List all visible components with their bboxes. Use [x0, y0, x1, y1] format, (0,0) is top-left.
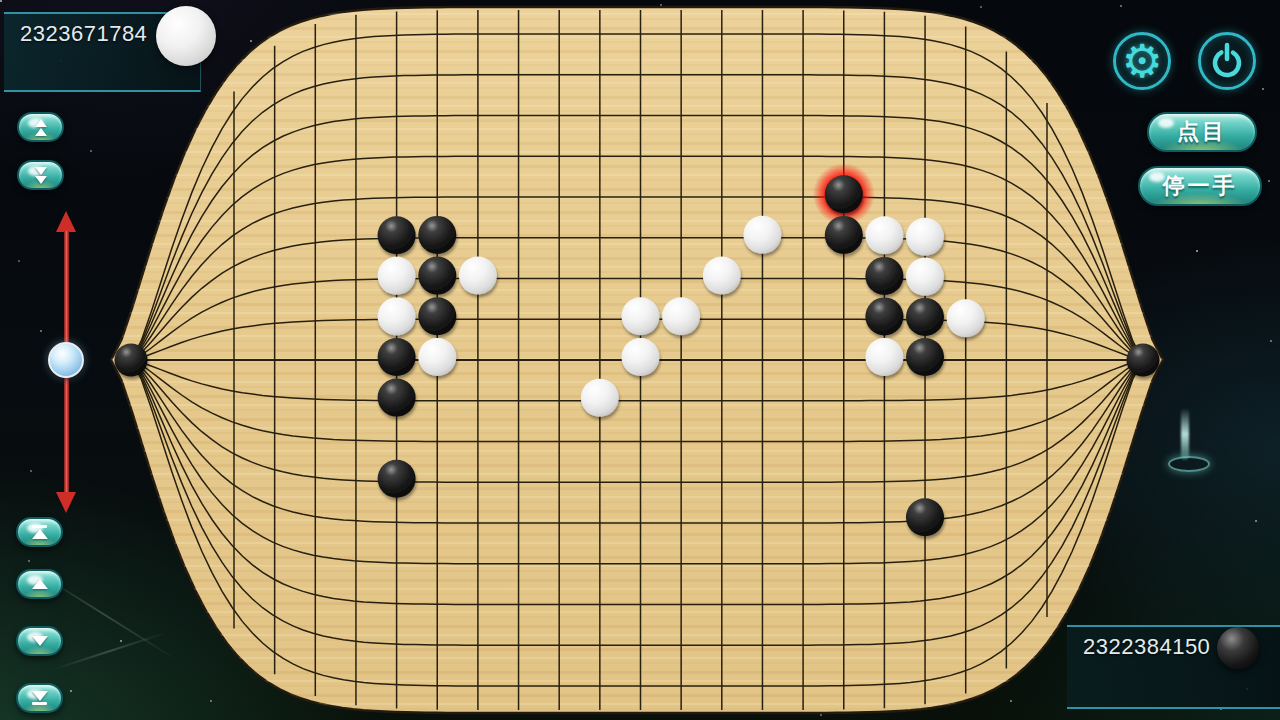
double-up-icon [35, 119, 47, 127]
stone-black [378, 379, 416, 417]
stone-white [378, 297, 416, 335]
stone-white [622, 297, 660, 335]
white-stone-avatar [156, 6, 216, 66]
slider-arrow-up-icon[interactable] [56, 211, 76, 232]
down-triangle-icon [32, 636, 48, 646]
light-ring-effect [1168, 456, 1210, 472]
stone-black [418, 257, 456, 295]
stone-white [418, 338, 456, 376]
stone-white [622, 338, 660, 376]
stone-white [581, 379, 619, 417]
stone-white [906, 258, 944, 296]
bar-down-icon [32, 691, 48, 701]
light-beam-effect [1181, 408, 1189, 460]
stone-white [378, 257, 416, 295]
go-board[interactable] [0, 0, 1280, 720]
stone-white [865, 338, 903, 376]
stone-black [418, 297, 456, 335]
nav-fast-down-button[interactable] [17, 160, 64, 190]
gear-icon: ⚙ [1121, 38, 1162, 84]
white-player-panel: 2323671784 [4, 12, 201, 92]
stone-white [703, 257, 741, 295]
stone-white [865, 216, 903, 254]
stone-black [378, 338, 416, 376]
stone-black [865, 257, 903, 295]
double-down-icon [35, 167, 47, 175]
stone-black [418, 216, 456, 254]
stone-black [906, 338, 944, 376]
game-screen: 2323671784 2322384150 ⚙ 点目 停一手 [0, 0, 1280, 720]
slider-arrow-down-icon[interactable] [56, 492, 76, 513]
stone-black [906, 498, 944, 536]
stone-black [378, 216, 416, 254]
pole-stone-black [115, 344, 148, 377]
stone-white [906, 218, 944, 256]
pass-button[interactable]: 停一手 [1138, 166, 1262, 206]
stone-black [825, 175, 863, 213]
black-stone-avatar [1217, 627, 1259, 669]
slider-knob[interactable] [48, 342, 84, 378]
stone-white [459, 257, 497, 295]
black-player-panel: 2322384150 [1067, 625, 1280, 709]
nav-fast-up-button[interactable] [17, 112, 64, 142]
nav-step-down-button[interactable] [16, 626, 63, 656]
nav-step-up-button[interactable] [16, 569, 63, 599]
stone-black [906, 298, 944, 336]
stone-black [378, 460, 416, 498]
stone-black [825, 216, 863, 254]
pole-stone-black [1127, 344, 1160, 377]
stone-white [662, 297, 700, 335]
settings-button[interactable]: ⚙ [1113, 32, 1171, 90]
stone-white [947, 299, 985, 337]
nav-to-bottom-button[interactable] [16, 683, 63, 713]
bar-up-icon [32, 525, 47, 528]
power-button[interactable] [1198, 32, 1256, 90]
nav-to-top-button[interactable] [16, 517, 63, 547]
stone-black [865, 297, 903, 335]
up-triangle-icon [32, 579, 48, 589]
stone-white [743, 216, 781, 254]
count-territory-button[interactable]: 点目 [1147, 112, 1257, 152]
power-icon [1208, 42, 1246, 80]
